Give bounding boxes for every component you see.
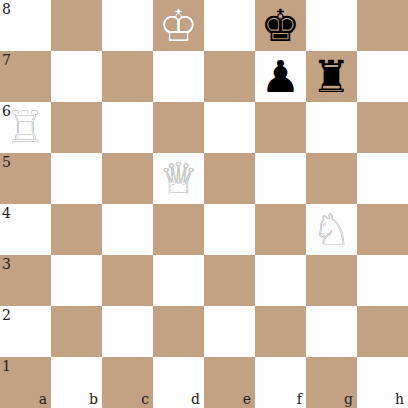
- rank-label-2: 2: [2, 308, 11, 322]
- square-b1[interactable]: b: [51, 357, 102, 408]
- file-label-f: f: [297, 392, 302, 406]
- file-label-h: h: [395, 392, 404, 406]
- square-d7[interactable]: [153, 51, 204, 102]
- square-c6[interactable]: [102, 102, 153, 153]
- square-f4[interactable]: [255, 204, 306, 255]
- square-a4[interactable]: 4: [0, 204, 51, 255]
- square-a8[interactable]: 8: [0, 0, 51, 51]
- square-c4[interactable]: [102, 204, 153, 255]
- square-g6[interactable]: [306, 102, 357, 153]
- file-label-a: a: [39, 392, 47, 406]
- square-f7[interactable]: ♟: [255, 51, 306, 102]
- black-pawn-piece[interactable]: ♟: [255, 51, 306, 102]
- square-h3[interactable]: [357, 255, 408, 306]
- file-label-c: c: [141, 392, 149, 406]
- square-h1[interactable]: h: [357, 357, 408, 408]
- square-f2[interactable]: [255, 306, 306, 357]
- rank-label-1: 1: [2, 359, 11, 373]
- square-b3[interactable]: [51, 255, 102, 306]
- black-king-piece[interactable]: ♚: [255, 0, 306, 51]
- square-d5[interactable]: ♕: [153, 153, 204, 204]
- square-g5[interactable]: [306, 153, 357, 204]
- square-h4[interactable]: [357, 204, 408, 255]
- rank-label-4: 4: [2, 206, 11, 220]
- square-a7[interactable]: 7: [0, 51, 51, 102]
- white-knight-piece[interactable]: ♘: [306, 204, 357, 255]
- file-label-e: e: [243, 392, 251, 406]
- square-c3[interactable]: [102, 255, 153, 306]
- square-a5[interactable]: 5: [0, 153, 51, 204]
- square-a2[interactable]: 2: [0, 306, 51, 357]
- square-d2[interactable]: [153, 306, 204, 357]
- square-d8[interactable]: ♔: [153, 0, 204, 51]
- square-e5[interactable]: [204, 153, 255, 204]
- square-b2[interactable]: [51, 306, 102, 357]
- square-f3[interactable]: [255, 255, 306, 306]
- square-d3[interactable]: [153, 255, 204, 306]
- square-c8[interactable]: [102, 0, 153, 51]
- file-label-b: b: [89, 392, 98, 406]
- square-e3[interactable]: [204, 255, 255, 306]
- square-g7[interactable]: ♜: [306, 51, 357, 102]
- rank-label-3: 3: [2, 257, 11, 271]
- square-e2[interactable]: [204, 306, 255, 357]
- square-b6[interactable]: [51, 102, 102, 153]
- black-rook-piece[interactable]: ♜: [306, 51, 357, 102]
- square-b5[interactable]: [51, 153, 102, 204]
- file-label-d: d: [191, 392, 200, 406]
- chess-board: 8♔♚7♟♜6♖5♕4♘321abcdefgh: [0, 0, 408, 408]
- square-d1[interactable]: d: [153, 357, 204, 408]
- chess-board-container: 8♔♚7♟♜6♖5♕4♘321abcdefgh: [0, 0, 408, 408]
- square-d6[interactable]: [153, 102, 204, 153]
- square-h2[interactable]: [357, 306, 408, 357]
- square-e4[interactable]: [204, 204, 255, 255]
- square-a1[interactable]: 1a: [0, 357, 51, 408]
- square-b7[interactable]: [51, 51, 102, 102]
- square-h6[interactable]: [357, 102, 408, 153]
- square-g3[interactable]: [306, 255, 357, 306]
- square-h8[interactable]: [357, 0, 408, 51]
- square-e8[interactable]: [204, 0, 255, 51]
- square-e7[interactable]: [204, 51, 255, 102]
- square-e1[interactable]: e: [204, 357, 255, 408]
- square-e6[interactable]: [204, 102, 255, 153]
- white-king-piece[interactable]: ♔: [153, 0, 204, 51]
- rank-label-5: 5: [2, 155, 11, 169]
- square-d4[interactable]: [153, 204, 204, 255]
- square-a3[interactable]: 3: [0, 255, 51, 306]
- square-g4[interactable]: ♘: [306, 204, 357, 255]
- square-c2[interactable]: [102, 306, 153, 357]
- square-g8[interactable]: [306, 0, 357, 51]
- square-f6[interactable]: [255, 102, 306, 153]
- square-b8[interactable]: [51, 0, 102, 51]
- square-f8[interactable]: ♚: [255, 0, 306, 51]
- square-g2[interactable]: [306, 306, 357, 357]
- square-h7[interactable]: [357, 51, 408, 102]
- square-f5[interactable]: [255, 153, 306, 204]
- rank-label-8: 8: [2, 2, 11, 16]
- square-c1[interactable]: c: [102, 357, 153, 408]
- file-label-g: g: [344, 392, 353, 406]
- square-f1[interactable]: f: [255, 357, 306, 408]
- square-a6[interactable]: 6♖: [0, 102, 51, 153]
- square-b4[interactable]: [51, 204, 102, 255]
- white-rook-piece[interactable]: ♖: [0, 102, 51, 153]
- square-h5[interactable]: [357, 153, 408, 204]
- square-c7[interactable]: [102, 51, 153, 102]
- rank-label-7: 7: [2, 53, 11, 67]
- square-g1[interactable]: g: [306, 357, 357, 408]
- white-queen-piece[interactable]: ♕: [153, 153, 204, 204]
- square-c5[interactable]: [102, 153, 153, 204]
